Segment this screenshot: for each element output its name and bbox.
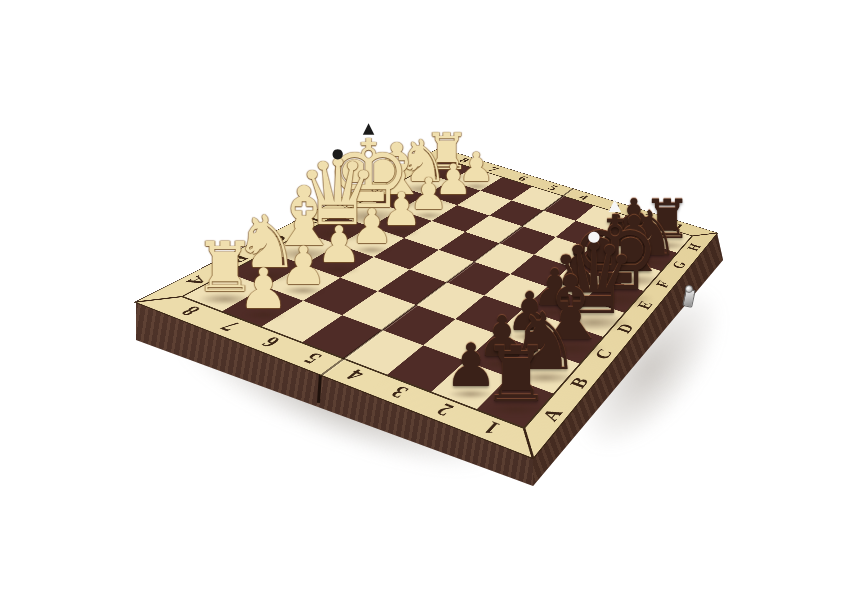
pieces-layer: ♜♞♝♛●♚▲♝♞♜♟♟♟♟♟♟♟♟♟♟♟♟♟♟♟♟♜♞♝♛●♚▲♝♞♜ — [0, 0, 845, 600]
product-photo-chess-set: ABCDEFGH ABCDEFGH 87654321 87654321 ♜♞♝♛… — [0, 0, 845, 600]
clasp-knob-icon — [685, 285, 693, 293]
white-king-finial-icon: ▲ — [363, 121, 375, 136]
rook-glyph: ♜ — [482, 337, 550, 413]
pawn-glyph: ♟ — [239, 261, 289, 317]
metal-clasp — [684, 289, 694, 307]
dark-king-finial-icon: ▲ — [609, 197, 622, 213]
dark-queen-finial-icon: ● — [587, 229, 600, 244]
white-queen-finial-icon: ● — [332, 147, 344, 161]
